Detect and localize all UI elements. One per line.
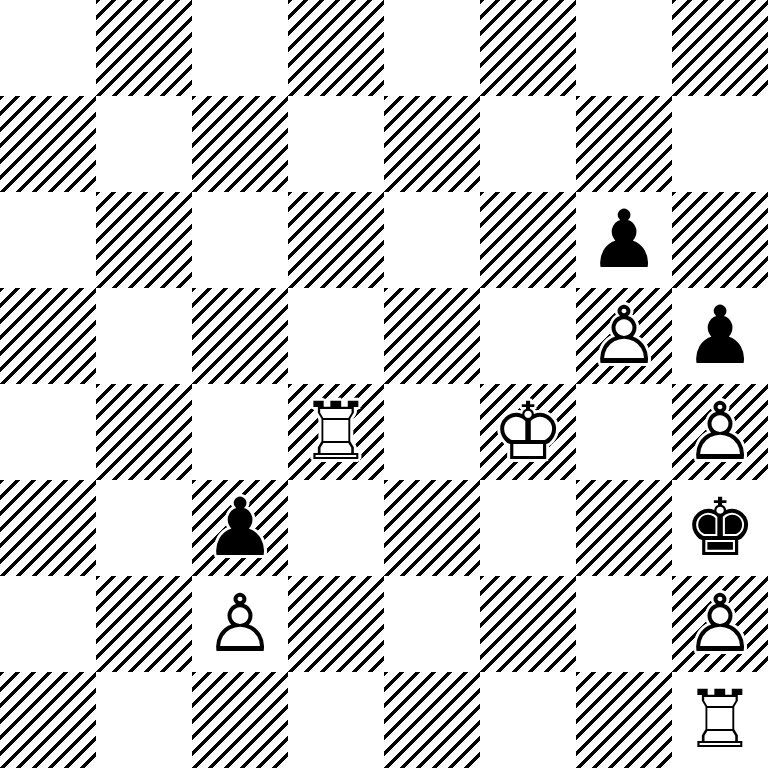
square-g7[interactable] bbox=[576, 96, 672, 192]
square-e6[interactable] bbox=[384, 192, 480, 288]
square-c1[interactable] bbox=[192, 672, 288, 768]
square-e8[interactable] bbox=[384, 0, 480, 96]
square-c2[interactable]: ♟♙ bbox=[192, 576, 288, 672]
square-b3[interactable] bbox=[96, 480, 192, 576]
square-b1[interactable] bbox=[96, 672, 192, 768]
piece-black-pawn[interactable]: ♟ bbox=[672, 288, 768, 384]
square-g1[interactable] bbox=[576, 672, 672, 768]
white-rook-icon: ♖ bbox=[288, 384, 384, 480]
square-c5[interactable] bbox=[192, 288, 288, 384]
square-g2[interactable] bbox=[576, 576, 672, 672]
square-f7[interactable] bbox=[480, 96, 576, 192]
square-g8[interactable] bbox=[576, 0, 672, 96]
piece-white-rook[interactable]: ♜♖ bbox=[288, 384, 384, 480]
square-c8[interactable] bbox=[192, 0, 288, 96]
square-c4[interactable] bbox=[192, 384, 288, 480]
square-d4[interactable]: ♜♖ bbox=[288, 384, 384, 480]
square-e5[interactable] bbox=[384, 288, 480, 384]
square-h2[interactable]: ♟♙ bbox=[672, 576, 768, 672]
piece-white-pawn[interactable]: ♟♙ bbox=[576, 288, 672, 384]
square-b2[interactable] bbox=[96, 576, 192, 672]
square-b7[interactable] bbox=[96, 96, 192, 192]
square-a3[interactable] bbox=[0, 480, 96, 576]
piece-white-pawn[interactable]: ♟♙ bbox=[672, 384, 768, 480]
square-e4[interactable] bbox=[384, 384, 480, 480]
piece-white-rook[interactable]: ♜♖ bbox=[672, 672, 768, 768]
square-a4[interactable] bbox=[0, 384, 96, 480]
square-g4[interactable] bbox=[576, 384, 672, 480]
square-h4[interactable]: ♟♙ bbox=[672, 384, 768, 480]
piece-white-pawn[interactable]: ♟♙ bbox=[672, 576, 768, 672]
square-c6[interactable] bbox=[192, 192, 288, 288]
square-d8[interactable] bbox=[288, 0, 384, 96]
square-b6[interactable] bbox=[96, 192, 192, 288]
square-g5[interactable]: ♟♙ bbox=[576, 288, 672, 384]
square-d6[interactable] bbox=[288, 192, 384, 288]
black-pawn-icon: ♟ bbox=[192, 480, 288, 576]
square-a5[interactable] bbox=[0, 288, 96, 384]
square-h7[interactable] bbox=[672, 96, 768, 192]
square-a8[interactable] bbox=[0, 0, 96, 96]
square-f3[interactable] bbox=[480, 480, 576, 576]
square-b8[interactable] bbox=[96, 0, 192, 96]
square-c3[interactable]: ♟ bbox=[192, 480, 288, 576]
square-d2[interactable] bbox=[288, 576, 384, 672]
piece-black-king[interactable]: ♚ bbox=[672, 480, 768, 576]
square-a1[interactable] bbox=[0, 672, 96, 768]
piece-black-pawn[interactable]: ♟ bbox=[576, 192, 672, 288]
square-a6[interactable] bbox=[0, 192, 96, 288]
black-pawn-icon: ♟ bbox=[672, 288, 768, 384]
square-g6[interactable]: ♟ bbox=[576, 192, 672, 288]
square-e7[interactable] bbox=[384, 96, 480, 192]
square-e3[interactable] bbox=[384, 480, 480, 576]
square-d3[interactable] bbox=[288, 480, 384, 576]
white-pawn-icon: ♙ bbox=[672, 384, 768, 480]
square-f8[interactable] bbox=[480, 0, 576, 96]
square-d7[interactable] bbox=[288, 96, 384, 192]
square-d1[interactable] bbox=[288, 672, 384, 768]
square-a2[interactable] bbox=[0, 576, 96, 672]
chessboard: ♟♟♙♟♜♖♚♔♟♙♟♚♟♙♟♙♜♖ bbox=[0, 0, 768, 768]
square-a7[interactable] bbox=[0, 96, 96, 192]
square-f2[interactable] bbox=[480, 576, 576, 672]
square-f6[interactable] bbox=[480, 192, 576, 288]
white-pawn-icon: ♙ bbox=[672, 576, 768, 672]
square-d5[interactable] bbox=[288, 288, 384, 384]
white-pawn-icon: ♙ bbox=[192, 576, 288, 672]
square-h3[interactable]: ♚ bbox=[672, 480, 768, 576]
square-h6[interactable] bbox=[672, 192, 768, 288]
square-b5[interactable] bbox=[96, 288, 192, 384]
piece-white-king[interactable]: ♚♔ bbox=[480, 384, 576, 480]
square-e1[interactable] bbox=[384, 672, 480, 768]
square-g3[interactable] bbox=[576, 480, 672, 576]
black-pawn-icon: ♟ bbox=[576, 192, 672, 288]
white-king-icon: ♔ bbox=[480, 384, 576, 480]
square-h5[interactable]: ♟ bbox=[672, 288, 768, 384]
square-f5[interactable] bbox=[480, 288, 576, 384]
white-pawn-icon: ♙ bbox=[576, 288, 672, 384]
square-c7[interactable] bbox=[192, 96, 288, 192]
square-e2[interactable] bbox=[384, 576, 480, 672]
square-h8[interactable] bbox=[672, 0, 768, 96]
white-rook-icon: ♖ bbox=[672, 672, 768, 768]
square-h1[interactable]: ♜♖ bbox=[672, 672, 768, 768]
square-f1[interactable] bbox=[480, 672, 576, 768]
square-f4[interactable]: ♚♔ bbox=[480, 384, 576, 480]
square-b4[interactable] bbox=[96, 384, 192, 480]
piece-black-pawn[interactable]: ♟ bbox=[192, 480, 288, 576]
black-king-icon: ♚ bbox=[672, 480, 768, 576]
piece-white-pawn[interactable]: ♟♙ bbox=[192, 576, 288, 672]
